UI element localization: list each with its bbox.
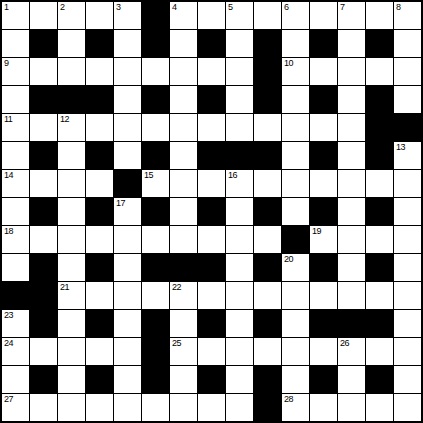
white-cell-r11c8[interactable]: [226, 310, 253, 337]
black-cell-r1c7: [198, 30, 225, 57]
clue-number-7: 7: [340, 2, 345, 12]
white-cell-r14c7[interactable]: [198, 394, 225, 421]
white-cell-r10c8[interactable]: [226, 282, 253, 309]
black-cell-r3c7: [198, 86, 225, 113]
white-cell-r2c12[interactable]: [338, 58, 365, 85]
white-cell-r11c14[interactable]: [394, 310, 421, 337]
black-cell-r3c13: [366, 86, 393, 113]
white-cell-r9c0[interactable]: [2, 254, 29, 281]
white-cell-r2c8[interactable]: [226, 58, 253, 85]
white-cell-r9c4[interactable]: [114, 254, 141, 281]
white-cell-r0c6[interactable]: 4: [170, 2, 197, 29]
black-cell-r11c13: [366, 310, 393, 337]
white-cell-r2c1[interactable]: [30, 58, 57, 85]
white-cell-r4c5[interactable]: [142, 114, 169, 141]
white-cell-r4c7[interactable]: [198, 114, 225, 141]
white-cell-r13c0[interactable]: [2, 366, 29, 393]
white-cell-r8c4[interactable]: [114, 226, 141, 253]
white-cell-r0c12[interactable]: 7: [338, 2, 365, 29]
white-cell-r10c7[interactable]: [198, 282, 225, 309]
black-cell-r9c5: [142, 254, 169, 281]
white-cell-r13c14[interactable]: [394, 366, 421, 393]
white-cell-r0c1[interactable]: [30, 2, 57, 29]
white-cell-r4c8[interactable]: [226, 114, 253, 141]
clue-number-16: 16: [228, 170, 237, 180]
black-cell-r10c0: [2, 282, 29, 309]
white-cell-r12c8[interactable]: [226, 338, 253, 365]
clue-number-13: 13: [396, 142, 405, 152]
white-cell-r5c4[interactable]: [114, 142, 141, 169]
white-cell-r8c6[interactable]: [170, 226, 197, 253]
black-cell-r7c11: [310, 198, 337, 225]
black-cell-r1c3: [86, 30, 113, 57]
clue-number-3: 3: [116, 2, 121, 12]
black-cell-r0c5: [142, 2, 169, 29]
white-cell-r9c12[interactable]: [338, 254, 365, 281]
black-cell-r9c7: [198, 254, 225, 281]
white-cell-r12c0[interactable]: 24: [2, 338, 29, 365]
clue-number-26: 26: [340, 338, 349, 348]
white-cell-r1c8[interactable]: [226, 30, 253, 57]
white-cell-r8c12[interactable]: [338, 226, 365, 253]
white-cell-r0c3[interactable]: [86, 2, 113, 29]
clue-number-18: 18: [4, 226, 13, 236]
white-cell-r10c13[interactable]: [366, 282, 393, 309]
black-cell-r13c3: [86, 366, 113, 393]
clue-number-12: 12: [60, 114, 69, 124]
white-cell-r3c8[interactable]: [226, 86, 253, 113]
black-cell-r1c5: [142, 30, 169, 57]
black-cell-r11c12: [338, 310, 365, 337]
white-cell-r14c5[interactable]: [142, 394, 169, 421]
white-cell-r11c4[interactable]: [114, 310, 141, 337]
black-cell-r9c11: [310, 254, 337, 281]
white-cell-r8c14[interactable]: [394, 226, 421, 253]
white-cell-r10c5[interactable]: [142, 282, 169, 309]
clue-number-4: 4: [172, 2, 177, 12]
white-cell-r0c9[interactable]: [254, 2, 281, 29]
white-cell-r12c3[interactable]: [86, 338, 113, 365]
white-cell-r6c5[interactable]: 15: [142, 170, 169, 197]
black-cell-r3c9: [254, 86, 281, 113]
white-cell-r4c4[interactable]: [114, 114, 141, 141]
white-cell-r1c6[interactable]: [170, 30, 197, 57]
black-cell-r7c3: [86, 198, 113, 225]
white-cell-r9c14[interactable]: [394, 254, 421, 281]
white-cell-r4c2[interactable]: 12: [58, 114, 85, 141]
white-cell-r2c6[interactable]: [170, 58, 197, 85]
white-cell-r9c8[interactable]: [226, 254, 253, 281]
white-cell-r14c13[interactable]: [366, 394, 393, 421]
white-cell-r7c14[interactable]: [394, 198, 421, 225]
black-cell-r8c10: [282, 226, 309, 253]
white-cell-r12c9[interactable]: [254, 338, 281, 365]
black-cell-r3c2: [58, 86, 85, 113]
white-cell-r11c2[interactable]: [58, 310, 85, 337]
white-cell-r8c3[interactable]: [86, 226, 113, 253]
black-cell-r3c5: [142, 86, 169, 113]
black-cell-r5c7: [198, 142, 225, 169]
clue-number-24: 24: [4, 338, 13, 348]
white-cell-r12c14[interactable]: [394, 338, 421, 365]
black-cell-r12c5: [142, 338, 169, 365]
white-cell-r13c12[interactable]: [338, 366, 365, 393]
clue-number-17: 17: [116, 198, 125, 208]
white-cell-r12c2[interactable]: [58, 338, 85, 365]
black-cell-r5c1: [30, 142, 57, 169]
white-cell-r8c9[interactable]: [254, 226, 281, 253]
black-cell-r7c7: [198, 198, 225, 225]
white-cell-r4c12[interactable]: [338, 114, 365, 141]
white-cell-r6c9[interactable]: [254, 170, 281, 197]
white-cell-r1c14[interactable]: [394, 30, 421, 57]
crossword-grid: 1234567891011121314151617181920212223242…: [0, 0, 423, 423]
white-cell-r14c6[interactable]: [170, 394, 197, 421]
white-cell-r8c8[interactable]: [226, 226, 253, 253]
white-cell-r7c0[interactable]: [2, 198, 29, 225]
black-cell-r13c1: [30, 366, 57, 393]
white-cell-r4c1[interactable]: [30, 114, 57, 141]
white-cell-r5c0[interactable]: [2, 142, 29, 169]
white-cell-r5c6[interactable]: [170, 142, 197, 169]
white-cell-r4c11[interactable]: [310, 114, 337, 141]
white-cell-r8c1[interactable]: [30, 226, 57, 253]
clue-number-23: 23: [4, 310, 13, 320]
white-cell-r14c3[interactable]: [86, 394, 113, 421]
white-cell-r1c10[interactable]: [282, 30, 309, 57]
white-cell-r6c3[interactable]: [86, 170, 113, 197]
white-cell-r2c3[interactable]: [86, 58, 113, 85]
white-cell-r0c8[interactable]: 5: [226, 2, 253, 29]
black-cell-r9c3: [86, 254, 113, 281]
white-cell-r4c0[interactable]: 11: [2, 114, 29, 141]
white-cell-r12c10[interactable]: [282, 338, 309, 365]
white-cell-r5c14[interactable]: 13: [394, 142, 421, 169]
white-cell-r1c0[interactable]: [2, 30, 29, 57]
black-cell-r11c1: [30, 310, 57, 337]
white-cell-r6c14[interactable]: [394, 170, 421, 197]
black-cell-r13c5: [142, 366, 169, 393]
black-cell-r10c1: [30, 282, 57, 309]
white-cell-r12c4[interactable]: [114, 338, 141, 365]
black-cell-r5c13: [366, 142, 393, 169]
white-cell-r0c2[interactable]: 2: [58, 2, 85, 29]
white-cell-r8c0[interactable]: 18: [2, 226, 29, 253]
clue-number-14: 14: [4, 170, 13, 180]
white-cell-r13c6[interactable]: [170, 366, 197, 393]
white-cell-r7c10[interactable]: [282, 198, 309, 225]
white-cell-r8c2[interactable]: [58, 226, 85, 253]
black-cell-r3c3: [86, 86, 113, 113]
white-cell-r8c11[interactable]: 19: [310, 226, 337, 253]
black-cell-r9c1: [30, 254, 57, 281]
white-cell-r2c7[interactable]: [198, 58, 225, 85]
white-cell-r12c7[interactable]: [198, 338, 225, 365]
black-cell-r14c9: [254, 394, 281, 421]
white-cell-r12c12[interactable]: 26: [338, 338, 365, 365]
black-cell-r13c13: [366, 366, 393, 393]
white-cell-r7c2[interactable]: [58, 198, 85, 225]
black-cell-r7c13: [366, 198, 393, 225]
black-cell-r1c11: [310, 30, 337, 57]
white-cell-r14c8[interactable]: [226, 394, 253, 421]
clue-number-21: 21: [60, 282, 69, 292]
white-cell-r0c0[interactable]: 1: [2, 2, 29, 29]
white-cell-r2c4[interactable]: [114, 58, 141, 85]
white-cell-r2c13[interactable]: [366, 58, 393, 85]
white-cell-r7c4[interactable]: 17: [114, 198, 141, 225]
white-cell-r3c0[interactable]: [2, 86, 29, 113]
white-cell-r12c1[interactable]: [30, 338, 57, 365]
clue-number-6: 6: [284, 2, 289, 12]
white-cell-r0c11[interactable]: [310, 2, 337, 29]
white-cell-r2c2[interactable]: [58, 58, 85, 85]
white-cell-r10c14[interactable]: [394, 282, 421, 309]
white-cell-r3c10[interactable]: [282, 86, 309, 113]
clue-number-5: 5: [228, 2, 233, 12]
white-cell-r0c14[interactable]: 8: [394, 2, 421, 29]
white-cell-r6c2[interactable]: [58, 170, 85, 197]
white-cell-r14c14[interactable]: [394, 394, 421, 421]
white-cell-r4c10[interactable]: [282, 114, 309, 141]
white-cell-r0c7[interactable]: [198, 2, 225, 29]
black-cell-r11c11: [310, 310, 337, 337]
white-cell-r6c0[interactable]: 14: [2, 170, 29, 197]
white-cell-r10c9[interactable]: [254, 282, 281, 309]
clue-number-25: 25: [172, 338, 181, 348]
white-cell-r13c2[interactable]: [58, 366, 85, 393]
black-cell-r13c11: [310, 366, 337, 393]
white-cell-r13c4[interactable]: [114, 366, 141, 393]
white-cell-r5c2[interactable]: [58, 142, 85, 169]
white-cell-r4c6[interactable]: [170, 114, 197, 141]
black-cell-r11c3: [86, 310, 113, 337]
black-cell-r13c9: [254, 366, 281, 393]
black-cell-r5c5: [142, 142, 169, 169]
clue-number-1: 1: [4, 2, 9, 12]
black-cell-r9c13: [366, 254, 393, 281]
clue-number-20: 20: [284, 254, 293, 264]
white-cell-r0c4[interactable]: 3: [114, 2, 141, 29]
white-cell-r5c12[interactable]: [338, 142, 365, 169]
white-cell-r7c12[interactable]: [338, 198, 365, 225]
white-cell-r10c3[interactable]: [86, 282, 113, 309]
black-cell-r9c9: [254, 254, 281, 281]
white-cell-r1c4[interactable]: [114, 30, 141, 57]
white-cell-r4c3[interactable]: [86, 114, 113, 141]
white-cell-r14c4[interactable]: [114, 394, 141, 421]
black-cell-r4c13: [366, 114, 393, 141]
black-cell-r6c4: [114, 170, 141, 197]
black-cell-r11c7: [198, 310, 225, 337]
white-cell-r6c7[interactable]: [198, 170, 225, 197]
black-cell-r1c1: [30, 30, 57, 57]
black-cell-r7c1: [30, 198, 57, 225]
white-cell-r2c10[interactable]: 10: [282, 58, 309, 85]
white-cell-r12c6[interactable]: 25: [170, 338, 197, 365]
white-cell-r11c0[interactable]: 23: [2, 310, 29, 337]
white-cell-r6c11[interactable]: [310, 170, 337, 197]
white-cell-r6c6[interactable]: [170, 170, 197, 197]
white-cell-r0c13[interactable]: [366, 2, 393, 29]
black-cell-r3c1: [30, 86, 57, 113]
white-cell-r10c11[interactable]: [310, 282, 337, 309]
clue-number-9: 9: [4, 58, 9, 68]
white-cell-r10c6[interactable]: 22: [170, 282, 197, 309]
white-cell-r4c9[interactable]: [254, 114, 281, 141]
clue-number-10: 10: [284, 58, 293, 68]
white-cell-r14c1[interactable]: [30, 394, 57, 421]
white-cell-r6c1[interactable]: [30, 170, 57, 197]
black-cell-r1c9: [254, 30, 281, 57]
white-cell-r3c4[interactable]: [114, 86, 141, 113]
white-cell-r10c2[interactable]: 21: [58, 282, 85, 309]
white-cell-r9c10[interactable]: 20: [282, 254, 309, 281]
white-cell-r6c8[interactable]: 16: [226, 170, 253, 197]
white-cell-r13c8[interactable]: [226, 366, 253, 393]
white-cell-r14c0[interactable]: 27: [2, 394, 29, 421]
clue-number-15: 15: [144, 170, 153, 180]
white-cell-r2c0[interactable]: 9: [2, 58, 29, 85]
clue-number-22: 22: [172, 282, 181, 292]
white-cell-r14c12[interactable]: [338, 394, 365, 421]
black-cell-r5c11: [310, 142, 337, 169]
black-cell-r9c6: [170, 254, 197, 281]
white-cell-r5c10[interactable]: [282, 142, 309, 169]
white-cell-r2c14[interactable]: [394, 58, 421, 85]
white-cell-r3c12[interactable]: [338, 86, 365, 113]
black-cell-r3c11: [310, 86, 337, 113]
white-cell-r13c10[interactable]: [282, 366, 309, 393]
black-cell-r7c5: [142, 198, 169, 225]
white-cell-r10c12[interactable]: [338, 282, 365, 309]
white-cell-r1c12[interactable]: [338, 30, 365, 57]
clue-number-27: 27: [4, 394, 13, 404]
white-cell-r3c6[interactable]: [170, 86, 197, 113]
black-cell-r13c7: [198, 366, 225, 393]
white-cell-r7c6[interactable]: [170, 198, 197, 225]
white-cell-r14c11[interactable]: [310, 394, 337, 421]
black-cell-r5c8: [226, 142, 253, 169]
white-cell-r2c11[interactable]: [310, 58, 337, 85]
white-cell-r14c2[interactable]: [58, 394, 85, 421]
white-cell-r10c10[interactable]: [282, 282, 309, 309]
black-cell-r1c13: [366, 30, 393, 57]
clue-number-8: 8: [396, 2, 401, 12]
clue-number-11: 11: [4, 114, 12, 124]
clue-number-28: 28: [284, 394, 293, 404]
black-cell-r5c9: [254, 142, 281, 169]
white-cell-r8c5[interactable]: [142, 226, 169, 253]
white-cell-r9c2[interactable]: [58, 254, 85, 281]
clue-number-19: 19: [312, 226, 321, 236]
white-cell-r1c2[interactable]: [58, 30, 85, 57]
clue-number-2: 2: [60, 2, 65, 12]
white-cell-r11c10[interactable]: [282, 310, 309, 337]
white-cell-r6c10[interactable]: [282, 170, 309, 197]
white-cell-r10c4[interactable]: [114, 282, 141, 309]
black-cell-r11c9: [254, 310, 281, 337]
black-cell-r4c14: [394, 114, 421, 141]
white-cell-r14c10[interactable]: 28: [282, 394, 309, 421]
black-cell-r5c3: [86, 142, 113, 169]
white-cell-r6c12[interactable]: [338, 170, 365, 197]
white-cell-r2c5[interactable]: [142, 58, 169, 85]
white-cell-r7c8[interactable]: [226, 198, 253, 225]
white-cell-r3c14[interactable]: [394, 86, 421, 113]
white-cell-r12c13[interactable]: [366, 338, 393, 365]
white-cell-r12c11[interactable]: [310, 338, 337, 365]
white-cell-r8c13[interactable]: [366, 226, 393, 253]
white-cell-r6c13[interactable]: [366, 170, 393, 197]
white-cell-r8c7[interactable]: [198, 226, 225, 253]
crossword-board: 1234567891011121314151617181920212223242…: [0, 0, 423, 423]
black-cell-r2c9: [254, 58, 281, 85]
black-cell-r11c5: [142, 310, 169, 337]
black-cell-r7c9: [254, 198, 281, 225]
white-cell-r11c6[interactable]: [170, 310, 197, 337]
white-cell-r0c10[interactable]: 6: [282, 2, 309, 29]
